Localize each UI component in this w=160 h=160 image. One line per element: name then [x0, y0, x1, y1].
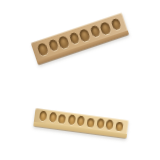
- mancala-board-top: [31, 12, 130, 65]
- pit-bottom-3[interactable]: [58, 114, 66, 124]
- pit-top-7[interactable]: [99, 21, 111, 35]
- pit-top-5[interactable]: [78, 28, 90, 42]
- pit-bottom-1[interactable]: [39, 111, 47, 122]
- pit-top-2[interactable]: [48, 39, 59, 52]
- pit-bottom-5[interactable]: [77, 116, 85, 127]
- pit-top-3[interactable]: [57, 35, 69, 49]
- pit-top-6[interactable]: [89, 25, 100, 38]
- pit-top-4[interactable]: [68, 32, 79, 45]
- pit-top-1[interactable]: [37, 42, 49, 56]
- pit-top-8[interactable]: [110, 18, 121, 31]
- mancala-board-bottom: [33, 108, 129, 139]
- pit-bottom-7[interactable]: [96, 118, 104, 129]
- pit-bottom-4[interactable]: [68, 114, 76, 125]
- pit-bottom-8[interactable]: [106, 119, 114, 130]
- pit-bottom-6[interactable]: [87, 117, 95, 127]
- pit-bottom-2[interactable]: [49, 112, 57, 123]
- pit-bottom-9[interactable]: [115, 121, 123, 131]
- scene: [0, 0, 160, 160]
